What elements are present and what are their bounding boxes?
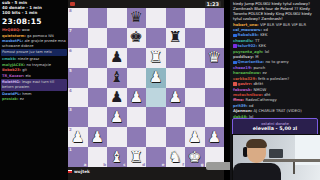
webcam-desk-leg [293, 162, 295, 174]
chat-message: prosiak: ez [0, 97, 68, 103]
board-square-f2[interactable] [166, 127, 186, 147]
board-square-e2[interactable] [146, 127, 166, 147]
left-overlay-panel: sub - 5 min40 donate - 1 min100 bits - 1… [0, 0, 68, 180]
streamer-person [235, 139, 279, 180]
chat-username: hebert_one: [233, 23, 260, 27]
board-square-d5[interactable] [127, 68, 147, 88]
board-square-c3[interactable]: ♟ [107, 107, 127, 127]
board-square-d7[interactable]: ♚ [127, 28, 147, 48]
streamer-hair [246, 139, 267, 148]
stream-screen: sub - 5 min40 donate - 1 min100 bits - 1… [0, 0, 320, 180]
board-square-f1[interactable]: f♞ [166, 147, 186, 167]
chat-message: fioletMG: lesgo east turn till betorn pr… [1, 79, 67, 90]
board-square-c4[interactable]: ♟ [107, 88, 127, 108]
board-square-e4[interactable] [146, 88, 166, 108]
black-r-piece: ♜ [169, 30, 182, 45]
chat-message: Pomost prosze juz tam nelo [1, 49, 67, 56]
chat-username: DawidPL: [2, 92, 22, 96]
chat-username: prosiak: [2, 97, 20, 101]
chat-username: Qmarientka: [238, 60, 266, 64]
webcam-view [232, 134, 320, 180]
white-p-piece: ♟ [110, 110, 123, 125]
chat-username: cheendls: [233, 39, 255, 43]
board-square-f3[interactable] [166, 107, 186, 127]
board-square-b4[interactable] [88, 88, 108, 108]
board-square-c8[interactable] [107, 8, 127, 28]
white-k-piece: ♚ [188, 150, 201, 165]
board-square-f6[interactable] [166, 48, 186, 68]
chat-username: malyJACEK: [2, 63, 26, 67]
white-p-piece: ♟ [91, 130, 104, 145]
board-square-g7[interactable] [185, 28, 205, 48]
rank-label: 7 [69, 28, 72, 33]
white-r-piece: ♜ [149, 50, 162, 65]
board-square-a2[interactable]: 2♟ [68, 127, 88, 147]
board-square-a5[interactable]: 5 [68, 68, 88, 88]
board-square-a6[interactable]: 6 [68, 48, 88, 68]
left-chat-overlay: MrQBBQ: wowquietstorm: ga pomoca NNmasko… [0, 28, 68, 103]
black-p-piece: ♟ [110, 90, 123, 105]
white-p-piece: ♟ [149, 70, 162, 85]
chat-username: motechnikow: [233, 93, 264, 97]
board-square-b1[interactable]: b [88, 147, 108, 167]
board-square-e8[interactable] [146, 8, 166, 28]
board-square-e7[interactable] [146, 28, 166, 48]
board-square-e6[interactable]: ♜ [146, 48, 166, 68]
board-square-b7[interactable] [88, 28, 108, 48]
rank-label: 4 [69, 88, 72, 93]
board-square-h6[interactable]: ♛ [205, 48, 225, 68]
board-square-d2[interactable] [127, 127, 147, 147]
board-square-d4[interactable]: ♟ [127, 88, 147, 108]
chat-badge-icon [233, 61, 237, 65]
white-p-piece: ♟ [130, 90, 143, 105]
reward-info-list: sub - 5 min40 donate - 1 min100 bits - 1… [0, 0, 68, 15]
chat-username: telur902: [238, 44, 259, 48]
chess-board[interactable]: 8♛7♚♜6♟♜♛5♝♟4♟♟♟3♟2♟♟♟♟1abc♝d♜ef♞g♚h [68, 8, 224, 167]
donation-alert-value: elevella - 5,00 zl [233, 126, 317, 132]
chat-username: gastrr: [238, 82, 254, 86]
board-square-c2[interactable] [107, 127, 127, 147]
chess-board-area: 1:23 8♛7♚♜6♟♜♛5♝♟4♟♟♟3♟2♟♟♟♟1abc♝d♜ef♞g♚… [68, 0, 224, 180]
board-square-f4[interactable]: ♟ [166, 88, 186, 108]
chat-username: ffme: [233, 98, 245, 102]
black-b-piece: ♝ [110, 70, 123, 85]
black-p-piece: ♟ [110, 50, 123, 65]
chat-username: RebelsBk: [238, 33, 261, 37]
board-square-d1[interactable]: d♜ [127, 147, 147, 167]
streamer-torso [233, 163, 281, 180]
board-square-e3[interactable] [146, 107, 166, 127]
board-square-b3[interactable] [88, 107, 108, 127]
board-square-a7[interactable]: 7 [68, 28, 88, 48]
white-n-piece: ♞ [169, 150, 182, 165]
chat-username: psyrenta_agh: [233, 50, 265, 54]
chat-spam-message: kiedy Jump POLSKU kiedy tytul czolowy? Z… [230, 0, 320, 23]
chat-username: quietstorm: [2, 34, 27, 38]
rank-label: 1 [69, 147, 72, 152]
chat-username: fioletMG: [2, 80, 22, 84]
board-square-h8[interactable] [205, 8, 225, 28]
rank-label: 2 [69, 127, 72, 132]
board-square-c1[interactable]: c♝ [107, 147, 127, 167]
opponent-avatar-icon [70, 2, 75, 6]
chat-username: TR_Kaczor: [2, 74, 25, 78]
board-square-b2[interactable]: ♟ [88, 127, 108, 147]
white-r-piece: ♜ [130, 150, 143, 165]
black-q-piece: ♛ [130, 10, 143, 25]
rank-label: 3 [69, 107, 72, 112]
board-square-a4[interactable]: 4 [68, 88, 88, 108]
subathon-timer: 23:08:15 [0, 15, 68, 28]
white-p-piece: ♟ [208, 130, 221, 145]
board-square-c6[interactable]: ♟ [107, 48, 127, 68]
board-square-d3[interactable] [127, 107, 147, 127]
black-clock: 1:23 [205, 1, 221, 7]
chat-badge-icon [233, 82, 237, 86]
chat-username: prit39: [233, 104, 249, 108]
chat-username: Bobek23: [2, 68, 22, 72]
board-square-g8[interactable] [185, 8, 205, 28]
board-square-h3[interactable] [205, 107, 225, 127]
board-square-h7[interactable] [205, 28, 225, 48]
chat-username: cel_meowers: [233, 28, 263, 32]
board-square-h4[interactable] [205, 88, 225, 108]
chat-username: MrQBBQ: [2, 28, 22, 32]
black-k-piece: ♚ [130, 30, 143, 45]
chat-message-list: hebert_one: VIP BLR VIP BLR VIP BLRcel_m… [230, 23, 320, 126]
board-square-e1[interactable]: e [146, 147, 166, 167]
board-square-g2[interactable]: ♟ [185, 127, 205, 147]
board-square-g3[interactable] [185, 107, 205, 127]
chat-username: cheez19: [233, 66, 253, 70]
board-square-b6[interactable] [88, 48, 108, 68]
white-q-piece: ♛ [208, 50, 221, 65]
board-square-f5[interactable] [166, 68, 186, 88]
chat-username: cmakk: [2, 57, 18, 61]
board-square-g5[interactable] [185, 68, 205, 88]
board-square-b5[interactable] [88, 68, 108, 88]
board-square-d6[interactable] [127, 48, 147, 68]
board-square-d8[interactable]: ♛ [127, 8, 147, 28]
board-square-a3[interactable]: 3 [68, 107, 88, 127]
board-square-c7[interactable] [107, 28, 127, 48]
board-square-h5[interactable] [205, 68, 225, 88]
chat-username: maskotPL: [2, 39, 24, 43]
board-square-a1[interactable]: 1a [68, 147, 88, 167]
board-square-h2[interactable]: ♟ [205, 127, 225, 147]
streamer-player-name: wojtek [74, 169, 90, 174]
white-p-piece: ♟ [71, 130, 84, 145]
chat-username: hereandnow: [233, 71, 262, 75]
board-square-f7[interactable]: ♜ [166, 28, 186, 48]
chat-message: maskotPL: ale grajcie przede mna schowan… [0, 39, 68, 49]
rank-label: 5 [69, 68, 72, 73]
chat-username: fekowsk: [233, 88, 253, 92]
player-flag-icon [68, 170, 72, 173]
opponent-player-bar: 1:23 [68, 0, 224, 8]
board-square-c5[interactable]: ♝ [107, 68, 127, 88]
streamer-player-bar: wojtek [68, 167, 224, 180]
board-square-b8[interactable] [88, 8, 108, 28]
board-square-g1[interactable]: g♚ [185, 147, 205, 167]
board-square-e5[interactable]: ♟ [146, 68, 166, 88]
white-p-piece: ♟ [169, 90, 182, 105]
white-p-piece: ♟ [188, 130, 201, 145]
chat-username: AJannon: [233, 109, 253, 113]
white-clock-pill [206, 162, 232, 170]
white-b-piece: ♝ [110, 150, 123, 165]
board-square-g6[interactable] [185, 48, 205, 68]
chat-badge-icon [233, 34, 237, 38]
chat-username: cerkke329: [233, 77, 258, 81]
rank-label: 6 [69, 48, 72, 53]
chat-username: poddisey: [233, 55, 255, 59]
chat-badge-icon [233, 44, 237, 48]
board-square-g4[interactable] [185, 88, 205, 108]
board-square-f8[interactable] [166, 8, 186, 28]
board-square-a8[interactable]: 8 [68, 8, 88, 28]
rank-label: 8 [69, 8, 72, 13]
